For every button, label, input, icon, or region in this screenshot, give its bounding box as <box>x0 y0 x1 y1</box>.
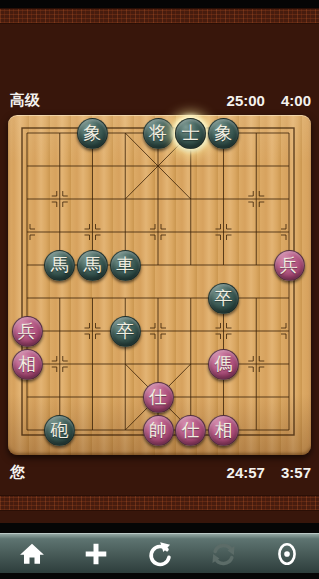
opponent-status-bar: 高级 25:00 4:00 <box>0 90 319 110</box>
pieces-layer: 象将士象馬馬車兵卒兵卒相傌仕砲帥仕相 <box>8 115 311 455</box>
opponent-timers: 25:00 4:00 <box>227 92 311 109</box>
toolbar <box>0 533 319 574</box>
piece-black-将[interactable]: 将 <box>143 118 174 149</box>
piece-red-兵[interactable]: 兵 <box>274 250 305 281</box>
piece-red-相[interactable]: 相 <box>12 349 43 380</box>
piece-black-象[interactable]: 象 <box>77 118 108 149</box>
xiangqi-board[interactable]: 象将士象馬馬車兵卒兵卒相傌仕砲帥仕相 <box>8 115 311 455</box>
player-status-bar: 您 24:57 3:57 <box>0 462 319 482</box>
piece-black-馬[interactable]: 馬 <box>77 250 108 281</box>
toolbar-top-strip <box>0 523 319 533</box>
piece-black-卒[interactable]: 卒 <box>110 316 141 347</box>
undo-icon <box>146 541 173 568</box>
top-black-strip <box>0 0 319 8</box>
opponent-total-time: 25:00 <box>227 92 265 109</box>
home-icon <box>19 541 45 567</box>
undo-button[interactable] <box>139 537 179 571</box>
player-move-time: 3:57 <box>281 464 311 481</box>
xiangqi-app: 高级 25:00 4:00 象将士象馬馬車兵卒兵卒相傌仕砲帥仕相 您 24:57… <box>0 0 319 579</box>
piece-black-卒[interactable]: 卒 <box>208 283 239 314</box>
piece-red-相[interactable]: 相 <box>208 415 239 446</box>
home-button[interactable] <box>12 537 52 571</box>
player-label: 您 <box>10 463 25 482</box>
redo-button[interactable] <box>203 537 243 571</box>
piece-black-砲[interactable]: 砲 <box>44 415 75 446</box>
piece-black-馬[interactable]: 馬 <box>44 250 75 281</box>
piece-red-仕[interactable]: 仕 <box>143 382 174 413</box>
piece-red-傌[interactable]: 傌 <box>208 349 239 380</box>
opponent-move-time: 4:00 <box>281 92 311 109</box>
piece-red-兵[interactable]: 兵 <box>12 316 43 347</box>
plus-icon <box>83 541 109 567</box>
player-timers: 24:57 3:57 <box>227 464 311 481</box>
piece-black-象[interactable]: 象 <box>208 118 239 149</box>
piece-red-仕[interactable]: 仕 <box>175 415 206 446</box>
redo-icon <box>210 541 237 568</box>
piece-red-帥[interactable]: 帥 <box>143 415 174 446</box>
target-button[interactable] <box>267 537 307 571</box>
piece-black-士[interactable]: 士 <box>175 118 206 149</box>
new-game-button[interactable] <box>76 537 116 571</box>
ornamental-border-bottom <box>0 495 319 511</box>
ornamental-border-top <box>0 8 319 24</box>
piece-black-車[interactable]: 車 <box>110 250 141 281</box>
player-total-time: 24:57 <box>227 464 265 481</box>
toolbar-bottom-strip <box>0 573 319 579</box>
target-icon <box>274 541 300 567</box>
opponent-label: 高级 <box>10 91 40 110</box>
